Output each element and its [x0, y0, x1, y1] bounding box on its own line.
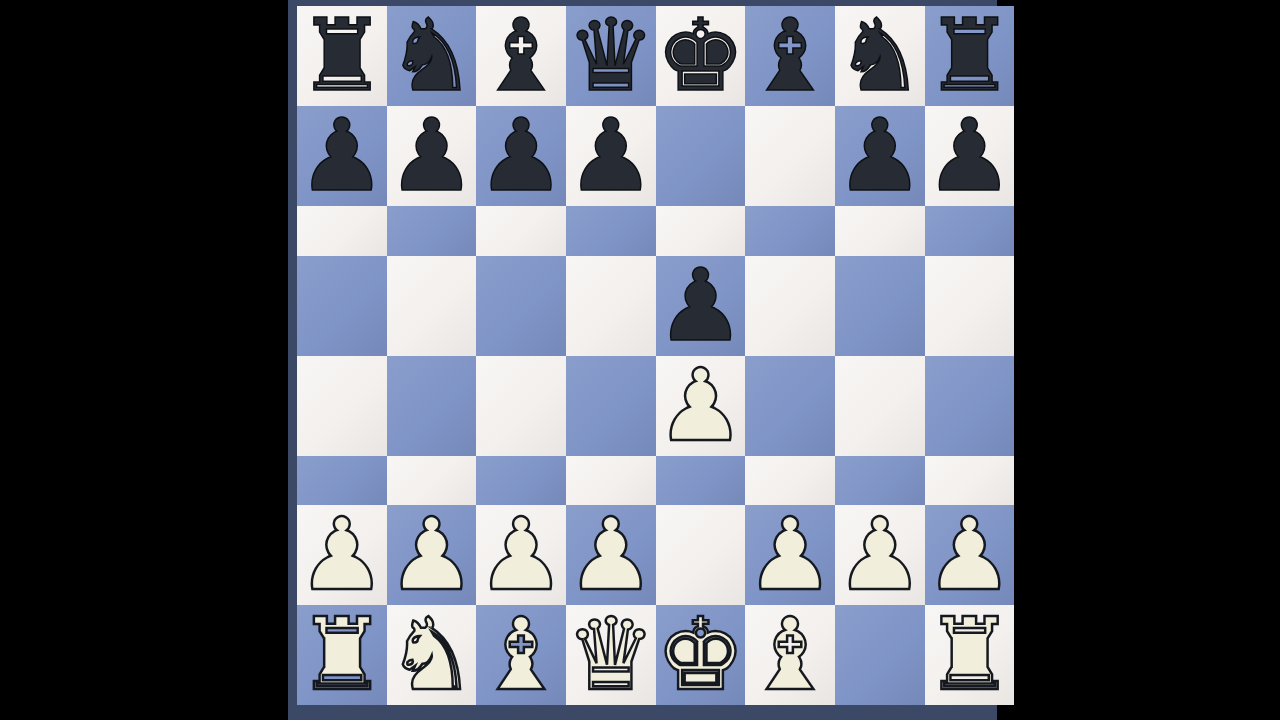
square-c5[interactable]: [476, 256, 566, 356]
piece-white-rook[interactable]: ♜: [297, 605, 387, 705]
piece-white-bishop[interactable]: ♝: [476, 605, 566, 705]
piece-white-pawn[interactable]: ♟: [566, 505, 656, 605]
piece-white-pawn[interactable]: ♟: [656, 356, 746, 456]
square-c6[interactable]: [476, 206, 566, 256]
square-h2[interactable]: ♟: [925, 505, 1015, 605]
square-e5[interactable]: ♟: [656, 256, 746, 356]
piece-black-bishop[interactable]: ♝: [476, 6, 566, 106]
square-g6[interactable]: [835, 206, 925, 256]
square-d7[interactable]: ♟: [566, 106, 656, 206]
piece-black-queen[interactable]: ♛: [566, 6, 656, 106]
square-d5[interactable]: [566, 256, 656, 356]
piece-white-pawn[interactable]: ♟: [835, 505, 925, 605]
square-e3[interactable]: [656, 456, 746, 506]
square-g8[interactable]: ♞: [835, 6, 925, 106]
square-h7[interactable]: ♟: [925, 106, 1015, 206]
square-a2[interactable]: ♟: [297, 505, 387, 605]
square-f7[interactable]: [745, 106, 835, 206]
square-h5[interactable]: [925, 256, 1015, 356]
piece-white-king[interactable]: ♚: [656, 605, 746, 705]
piece-black-pawn[interactable]: ♟: [566, 106, 656, 206]
square-g5[interactable]: [835, 256, 925, 356]
piece-black-pawn[interactable]: ♟: [387, 106, 477, 206]
square-g7[interactable]: ♟: [835, 106, 925, 206]
square-b8[interactable]: ♞: [387, 6, 477, 106]
piece-white-bishop[interactable]: ♝: [745, 605, 835, 705]
square-c8[interactable]: ♝: [476, 6, 566, 106]
square-c7[interactable]: ♟: [476, 106, 566, 206]
square-f1[interactable]: ♝: [745, 605, 835, 705]
piece-black-rook[interactable]: ♜: [297, 6, 387, 106]
piece-black-knight[interactable]: ♞: [387, 6, 477, 106]
piece-white-pawn[interactable]: ♟: [745, 505, 835, 605]
piece-white-knight[interactable]: ♞: [387, 605, 477, 705]
square-b7[interactable]: ♟: [387, 106, 477, 206]
square-a6[interactable]: [297, 206, 387, 256]
square-g4[interactable]: [835, 356, 925, 456]
square-c1[interactable]: ♝: [476, 605, 566, 705]
piece-black-king[interactable]: ♚: [656, 6, 746, 106]
piece-white-rook[interactable]: ♜: [925, 605, 1015, 705]
piece-black-pawn[interactable]: ♟: [656, 256, 746, 356]
square-a7[interactable]: ♟: [297, 106, 387, 206]
square-d4[interactable]: [566, 356, 656, 456]
square-d6[interactable]: [566, 206, 656, 256]
piece-black-knight[interactable]: ♞: [835, 6, 925, 106]
square-b6[interactable]: [387, 206, 477, 256]
piece-white-queen[interactable]: ♛: [566, 605, 656, 705]
piece-black-bishop[interactable]: ♝: [745, 6, 835, 106]
piece-black-pawn[interactable]: ♟: [476, 106, 566, 206]
square-c2[interactable]: ♟: [476, 505, 566, 605]
piece-white-pawn[interactable]: ♟: [387, 505, 477, 605]
square-b1[interactable]: ♞: [387, 605, 477, 705]
square-g2[interactable]: ♟: [835, 505, 925, 605]
square-h4[interactable]: [925, 356, 1015, 456]
square-g1[interactable]: [835, 605, 925, 705]
square-e8[interactable]: ♚: [656, 6, 746, 106]
piece-white-pawn[interactable]: ♟: [297, 505, 387, 605]
letterbox-background: ♜♞♝♛♚♝♞♜♟♟♟♟♟♟♟♟♟♟♟♟♟♟♟♜♞♝♛♚♝♜: [0, 0, 1280, 720]
square-f4[interactable]: [745, 356, 835, 456]
square-b5[interactable]: [387, 256, 477, 356]
piece-white-pawn[interactable]: ♟: [925, 505, 1015, 605]
piece-black-pawn[interactable]: ♟: [297, 106, 387, 206]
square-b2[interactable]: ♟: [387, 505, 477, 605]
chessboard-frame: ♜♞♝♛♚♝♞♜♟♟♟♟♟♟♟♟♟♟♟♟♟♟♟♜♞♝♛♚♝♜: [288, 0, 997, 720]
square-e4[interactable]: ♟: [656, 356, 746, 456]
square-f8[interactable]: ♝: [745, 6, 835, 106]
square-a5[interactable]: [297, 256, 387, 356]
square-e7[interactable]: [656, 106, 746, 206]
square-d2[interactable]: ♟: [566, 505, 656, 605]
square-f6[interactable]: [745, 206, 835, 256]
square-h6[interactable]: [925, 206, 1015, 256]
square-d8[interactable]: ♛: [566, 6, 656, 106]
piece-black-pawn[interactable]: ♟: [835, 106, 925, 206]
square-a8[interactable]: ♜: [297, 6, 387, 106]
piece-white-pawn[interactable]: ♟: [476, 505, 566, 605]
square-e1[interactable]: ♚: [656, 605, 746, 705]
chessboard: ♜♞♝♛♚♝♞♜♟♟♟♟♟♟♟♟♟♟♟♟♟♟♟♜♞♝♛♚♝♜: [297, 6, 997, 705]
square-h8[interactable]: ♜: [925, 6, 1015, 106]
square-d1[interactable]: ♛: [566, 605, 656, 705]
square-c4[interactable]: [476, 356, 566, 456]
square-e2[interactable]: [656, 505, 746, 605]
square-b4[interactable]: [387, 356, 477, 456]
square-f2[interactable]: ♟: [745, 505, 835, 605]
piece-black-pawn[interactable]: ♟: [925, 106, 1015, 206]
square-h1[interactable]: ♜: [925, 605, 1015, 705]
square-a1[interactable]: ♜: [297, 605, 387, 705]
square-a4[interactable]: [297, 356, 387, 456]
square-f5[interactable]: [745, 256, 835, 356]
piece-black-rook[interactable]: ♜: [925, 6, 1015, 106]
